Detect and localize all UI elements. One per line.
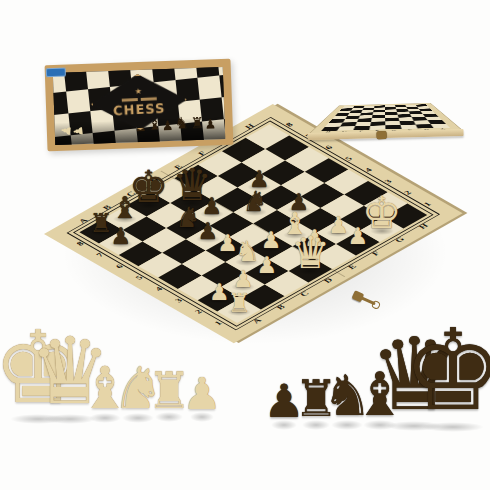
- clasp-icon: [377, 131, 387, 139]
- tray-piece-light-pawn: ♟: [72, 125, 85, 137]
- box-window: ♟♟♟♝♟♞♜♟ ★ CHESS: [53, 67, 225, 145]
- piece-shadow: [190, 412, 215, 422]
- piece-shadow: [302, 420, 330, 430]
- folded-board-grid: [321, 104, 450, 131]
- tray-piece-dark-knight: ♞: [174, 115, 189, 131]
- display-dark-pawn: ♟: [261, 378, 307, 424]
- tray-piece-dark-pawn: ♟: [204, 117, 216, 130]
- display-dark-rook: ♜: [291, 374, 341, 424]
- piece-shadow: [44, 414, 96, 424]
- display-light-bishop: ♝: [76, 359, 134, 417]
- product-box: ♟♟♟♝♟♞♜♟ ★ CHESS: [45, 59, 234, 151]
- piece-shadow: [422, 422, 485, 432]
- display-dark-knight: ♞: [319, 368, 375, 424]
- piece-shadow: [155, 412, 183, 422]
- tray-piece-dark-rook: ♜: [190, 116, 204, 131]
- display-light-king: ♚: [0, 318, 88, 418]
- piece-shadow: [271, 420, 297, 430]
- folded-board: HGFEDCBA: [299, 82, 470, 142]
- box-title: CHESS: [113, 101, 166, 119]
- display-light-queen: ♛: [24, 326, 116, 418]
- display-light-rook: ♜: [144, 366, 194, 416]
- tray-piece-dark-pawn: ♟: [162, 119, 174, 132]
- brand-sticker: [46, 68, 66, 78]
- display-dark-bishop: ♝: [350, 364, 410, 424]
- display-light-knight: ♞: [109, 359, 167, 417]
- piece-shadow: [122, 413, 154, 423]
- display-dark-queen: ♛: [364, 325, 464, 425]
- piece-shadow: [331, 420, 362, 430]
- star-icon: ★: [135, 88, 143, 96]
- piece-shadow: [89, 413, 121, 423]
- display-dark-king: ♚: [397, 314, 490, 426]
- display-light-pawn: ♟: [180, 372, 224, 416]
